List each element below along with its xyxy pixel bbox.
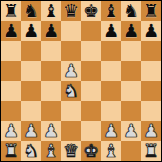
square-h7[interactable]: ♟ — [141, 21, 161, 41]
square-a2[interactable]: ♟ — [1, 121, 21, 141]
square-a7[interactable]: ♟ — [1, 21, 21, 41]
square-f6[interactable] — [101, 41, 121, 61]
piece-white-bishop-c1[interactable]: ♝ — [43, 141, 59, 161]
piece-white-pawn-a2[interactable]: ♟ — [3, 121, 19, 141]
square-e8[interactable]: ♚ — [81, 1, 101, 21]
piece-white-queen-d1[interactable]: ♛ — [63, 141, 79, 161]
square-g6[interactable] — [121, 41, 141, 61]
piece-white-rook-h1[interactable]: ♜ — [143, 141, 159, 161]
piece-white-pawn-d5[interactable]: ♟ — [63, 61, 79, 81]
piece-black-bishop-c8[interactable]: ♝ — [43, 1, 59, 21]
square-c2[interactable]: ♟ — [41, 121, 61, 141]
chess-board-frame: ♜♞♝♛♚♝♞♜♟♟♟♟♟♟♟♞♟♟♟♟♟♟♜♞♝♛♚♝♜ — [0, 0, 162, 162]
square-c1[interactable]: ♝ — [41, 141, 61, 161]
piece-black-pawn-b7[interactable]: ♟ — [23, 21, 39, 41]
square-c7[interactable]: ♟ — [41, 21, 61, 41]
square-h4[interactable] — [141, 81, 161, 101]
piece-black-queen-d8[interactable]: ♛ — [63, 1, 79, 21]
square-a1[interactable]: ♜ — [1, 141, 21, 161]
square-b5[interactable] — [21, 61, 41, 81]
piece-black-pawn-h7[interactable]: ♟ — [143, 21, 159, 41]
square-d8[interactable]: ♛ — [61, 1, 81, 21]
square-f5[interactable] — [101, 61, 121, 81]
square-d1[interactable]: ♛ — [61, 141, 81, 161]
square-h6[interactable] — [141, 41, 161, 61]
piece-black-king-e8[interactable]: ♚ — [83, 1, 99, 21]
square-h3[interactable] — [141, 101, 161, 121]
square-b3[interactable] — [21, 101, 41, 121]
square-d5[interactable]: ♟ — [61, 61, 81, 81]
square-b8[interactable]: ♞ — [21, 1, 41, 21]
piece-white-knight-d4[interactable]: ♞ — [63, 81, 79, 101]
square-e6[interactable] — [81, 41, 101, 61]
piece-white-pawn-h2[interactable]: ♟ — [143, 121, 159, 141]
square-h1[interactable]: ♜ — [141, 141, 161, 161]
square-f7[interactable]: ♟ — [101, 21, 121, 41]
square-h2[interactable]: ♟ — [141, 121, 161, 141]
piece-black-bishop-f8[interactable]: ♝ — [103, 1, 119, 21]
square-a8[interactable]: ♜ — [1, 1, 21, 21]
piece-black-rook-h8[interactable]: ♜ — [143, 1, 159, 21]
square-d4[interactable]: ♞ — [61, 81, 81, 101]
square-e4[interactable] — [81, 81, 101, 101]
piece-white-rook-a1[interactable]: ♜ — [3, 141, 19, 161]
square-e2[interactable] — [81, 121, 101, 141]
square-h8[interactable]: ♜ — [141, 1, 161, 21]
piece-white-pawn-b2[interactable]: ♟ — [23, 121, 39, 141]
square-c3[interactable] — [41, 101, 61, 121]
square-d7[interactable] — [61, 21, 81, 41]
square-e5[interactable] — [81, 61, 101, 81]
square-a6[interactable] — [1, 41, 21, 61]
square-c5[interactable] — [41, 61, 61, 81]
square-b4[interactable] — [21, 81, 41, 101]
piece-white-king-e1[interactable]: ♚ — [83, 141, 99, 161]
square-f2[interactable]: ♟ — [101, 121, 121, 141]
square-a5[interactable] — [1, 61, 21, 81]
piece-black-pawn-a7[interactable]: ♟ — [3, 21, 19, 41]
square-d3[interactable] — [61, 101, 81, 121]
piece-black-rook-a8[interactable]: ♜ — [3, 1, 19, 21]
square-d2[interactable] — [61, 121, 81, 141]
square-b1[interactable]: ♞ — [21, 141, 41, 161]
square-b2[interactable]: ♟ — [21, 121, 41, 141]
square-g5[interactable] — [121, 61, 141, 81]
piece-white-pawn-c2[interactable]: ♟ — [43, 121, 59, 141]
chess-board: ♜♞♝♛♚♝♞♜♟♟♟♟♟♟♟♞♟♟♟♟♟♟♜♞♝♛♚♝♜ — [1, 1, 161, 161]
square-g8[interactable]: ♞ — [121, 1, 141, 21]
square-g7[interactable]: ♟ — [121, 21, 141, 41]
piece-white-pawn-g2[interactable]: ♟ — [123, 121, 139, 141]
square-a3[interactable] — [1, 101, 21, 121]
square-c4[interactable] — [41, 81, 61, 101]
piece-black-pawn-g7[interactable]: ♟ — [123, 21, 139, 41]
square-e7[interactable] — [81, 21, 101, 41]
square-a4[interactable] — [1, 81, 21, 101]
square-f3[interactable] — [101, 101, 121, 121]
piece-black-pawn-c7[interactable]: ♟ — [43, 21, 59, 41]
piece-black-pawn-f7[interactable]: ♟ — [103, 21, 119, 41]
square-g2[interactable]: ♟ — [121, 121, 141, 141]
square-b6[interactable] — [21, 41, 41, 61]
piece-black-knight-b8[interactable]: ♞ — [23, 1, 39, 21]
square-d6[interactable] — [61, 41, 81, 61]
piece-white-bishop-f1[interactable]: ♝ — [103, 141, 119, 161]
square-g4[interactable] — [121, 81, 141, 101]
square-g3[interactable] — [121, 101, 141, 121]
square-h5[interactable] — [141, 61, 161, 81]
piece-white-knight-b1[interactable]: ♞ — [23, 141, 39, 161]
square-e3[interactable] — [81, 101, 101, 121]
square-e1[interactable]: ♚ — [81, 141, 101, 161]
square-c8[interactable]: ♝ — [41, 1, 61, 21]
square-g1[interactable] — [121, 141, 141, 161]
square-f1[interactable]: ♝ — [101, 141, 121, 161]
square-c6[interactable] — [41, 41, 61, 61]
square-b7[interactable]: ♟ — [21, 21, 41, 41]
piece-white-pawn-f2[interactable]: ♟ — [103, 121, 119, 141]
square-f8[interactable]: ♝ — [101, 1, 121, 21]
square-f4[interactable] — [101, 81, 121, 101]
piece-black-knight-g8[interactable]: ♞ — [123, 1, 139, 21]
